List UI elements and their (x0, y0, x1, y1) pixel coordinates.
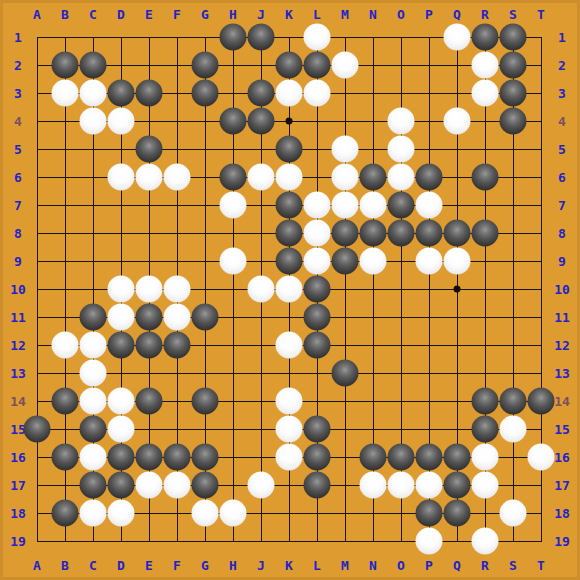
stone-white-D6 (108, 164, 135, 191)
stone-black-D3 (108, 80, 135, 107)
row-label-right-3: 3 (558, 87, 566, 100)
stone-white-D11 (108, 304, 135, 331)
stone-black-R15 (472, 416, 499, 443)
stone-white-K15 (276, 416, 303, 443)
stone-white-F6 (164, 164, 191, 191)
row-label-right-14: 14 (554, 395, 570, 408)
column-label-top-M: M (341, 8, 349, 21)
stone-black-G16 (192, 444, 219, 471)
column-label-top-Q: Q (453, 8, 461, 21)
column-label-top-N: N (369, 8, 377, 21)
row-label-left-11: 11 (10, 311, 26, 324)
stone-black-D16 (108, 444, 135, 471)
stone-black-C17 (80, 472, 107, 499)
stone-white-D15 (108, 416, 135, 443)
stone-black-O8 (388, 220, 415, 247)
stone-black-T14 (528, 388, 555, 415)
stone-black-G11 (192, 304, 219, 331)
stone-black-N8 (360, 220, 387, 247)
column-label-top-K: K (285, 8, 293, 21)
stone-white-D14 (108, 388, 135, 415)
stone-black-P8 (416, 220, 443, 247)
stone-white-P9 (416, 248, 443, 275)
stone-white-O5 (388, 136, 415, 163)
column-label-bottom-B: B (61, 559, 69, 572)
row-label-left-7: 7 (14, 199, 22, 212)
stone-white-M2 (332, 52, 359, 79)
stone-white-J10 (248, 276, 275, 303)
stone-black-J3 (248, 80, 275, 107)
go-board[interactable]: AABBCCDDEEFFGGHHJJKKLLMMNNOOPPQQRRSSTT11… (0, 0, 580, 580)
column-label-top-S: S (509, 8, 517, 21)
stone-white-N9 (360, 248, 387, 275)
stone-black-K8 (276, 220, 303, 247)
stone-black-S14 (500, 388, 527, 415)
grid-line-horizontal (37, 373, 542, 374)
column-label-bottom-L: L (313, 559, 321, 572)
stone-black-L16 (304, 444, 331, 471)
stone-black-M13 (332, 360, 359, 387)
stone-black-E12 (136, 332, 163, 359)
column-label-bottom-H: H (229, 559, 237, 572)
stone-black-L15 (304, 416, 331, 443)
stone-black-R1 (472, 24, 499, 51)
row-label-right-16: 16 (554, 451, 570, 464)
stone-black-Q18 (444, 500, 471, 527)
stone-white-C12 (80, 332, 107, 359)
stone-black-S1 (500, 24, 527, 51)
column-label-bottom-A: A (33, 559, 41, 572)
stone-white-H7 (220, 192, 247, 219)
row-label-left-14: 14 (10, 395, 26, 408)
column-label-top-B: B (61, 8, 69, 21)
stone-white-P7 (416, 192, 443, 219)
row-label-left-2: 2 (14, 59, 22, 72)
stone-black-G14 (192, 388, 219, 415)
stone-black-L10 (304, 276, 331, 303)
stone-black-L2 (304, 52, 331, 79)
stone-white-K6 (276, 164, 303, 191)
stone-white-H18 (220, 500, 247, 527)
stone-black-F12 (164, 332, 191, 359)
column-label-top-O: O (397, 8, 405, 21)
column-label-top-E: E (145, 8, 153, 21)
row-label-right-7: 7 (558, 199, 566, 212)
column-label-top-D: D (117, 8, 125, 21)
grid-line-horizontal (37, 541, 542, 542)
row-label-right-1: 1 (558, 31, 566, 44)
stone-black-H6 (220, 164, 247, 191)
row-label-left-4: 4 (14, 115, 22, 128)
stone-white-M7 (332, 192, 359, 219)
stone-black-A15 (24, 416, 51, 443)
column-label-top-A: A (33, 8, 41, 21)
row-label-left-13: 13 (10, 367, 26, 380)
stone-black-R6 (472, 164, 499, 191)
stone-white-L3 (304, 80, 331, 107)
column-label-bottom-P: P (425, 559, 433, 572)
stone-white-E6 (136, 164, 163, 191)
stone-black-E16 (136, 444, 163, 471)
stone-black-Q16 (444, 444, 471, 471)
stone-black-L12 (304, 332, 331, 359)
stone-black-P16 (416, 444, 443, 471)
stone-white-D18 (108, 500, 135, 527)
row-label-right-11: 11 (554, 311, 570, 324)
stone-white-F17 (164, 472, 191, 499)
column-label-top-G: G (201, 8, 209, 21)
stone-black-O16 (388, 444, 415, 471)
column-label-bottom-O: O (397, 559, 405, 572)
stone-black-B18 (52, 500, 79, 527)
column-label-bottom-M: M (341, 559, 349, 572)
stone-black-G17 (192, 472, 219, 499)
row-label-right-18: 18 (554, 507, 570, 520)
column-label-bottom-N: N (369, 559, 377, 572)
row-label-right-2: 2 (558, 59, 566, 72)
row-label-left-6: 6 (14, 171, 22, 184)
row-label-left-12: 12 (10, 339, 26, 352)
row-label-right-15: 15 (554, 423, 570, 436)
stone-white-D10 (108, 276, 135, 303)
stone-black-F16 (164, 444, 191, 471)
stone-black-B16 (52, 444, 79, 471)
column-label-bottom-F: F (173, 559, 181, 572)
stone-white-J6 (248, 164, 275, 191)
stone-white-L7 (304, 192, 331, 219)
stone-black-G3 (192, 80, 219, 107)
column-label-top-L: L (313, 8, 321, 21)
stone-white-C13 (80, 360, 107, 387)
stone-black-N6 (360, 164, 387, 191)
row-label-right-13: 13 (554, 367, 570, 380)
column-label-bottom-E: E (145, 559, 153, 572)
stone-white-K3 (276, 80, 303, 107)
stone-white-C18 (80, 500, 107, 527)
stone-white-R17 (472, 472, 499, 499)
row-label-right-8: 8 (558, 227, 566, 240)
column-label-top-T: T (537, 8, 545, 21)
stone-white-Q9 (444, 248, 471, 275)
stone-black-D17 (108, 472, 135, 499)
stone-black-C15 (80, 416, 107, 443)
stone-black-L17 (304, 472, 331, 499)
row-label-left-18: 18 (10, 507, 26, 520)
row-label-right-6: 6 (558, 171, 566, 184)
stone-white-E17 (136, 472, 163, 499)
stone-black-B14 (52, 388, 79, 415)
stone-white-F10 (164, 276, 191, 303)
stone-black-E3 (136, 80, 163, 107)
stone-black-M9 (332, 248, 359, 275)
stone-white-D4 (108, 108, 135, 135)
stone-white-R2 (472, 52, 499, 79)
stone-black-O7 (388, 192, 415, 219)
stone-white-M6 (332, 164, 359, 191)
stone-black-H4 (220, 108, 247, 135)
stone-black-K9 (276, 248, 303, 275)
column-label-top-J: J (257, 8, 265, 21)
row-label-right-12: 12 (554, 339, 570, 352)
stone-white-C14 (80, 388, 107, 415)
stone-white-K14 (276, 388, 303, 415)
stone-white-P17 (416, 472, 443, 499)
row-label-right-10: 10 (554, 283, 570, 296)
column-label-top-P: P (425, 8, 433, 21)
column-label-top-H: H (229, 8, 237, 21)
stone-black-P18 (416, 500, 443, 527)
stone-white-H9 (220, 248, 247, 275)
stone-black-K5 (276, 136, 303, 163)
row-label-left-9: 9 (14, 255, 22, 268)
stone-black-S2 (500, 52, 527, 79)
column-label-bottom-Q: Q (453, 559, 461, 572)
stone-white-R3 (472, 80, 499, 107)
column-label-bottom-T: T (537, 559, 545, 572)
stone-white-S15 (500, 416, 527, 443)
stone-white-R19 (472, 528, 499, 555)
row-label-left-3: 3 (14, 87, 22, 100)
stone-black-K2 (276, 52, 303, 79)
stone-white-L9 (304, 248, 331, 275)
stone-white-P19 (416, 528, 443, 555)
stone-white-B3 (52, 80, 79, 107)
stone-black-J4 (248, 108, 275, 135)
stone-black-P6 (416, 164, 443, 191)
column-label-top-R: R (481, 8, 489, 21)
stone-white-E10 (136, 276, 163, 303)
stone-black-M8 (332, 220, 359, 247)
column-label-bottom-S: S (509, 559, 517, 572)
row-label-left-16: 16 (10, 451, 26, 464)
stone-black-K7 (276, 192, 303, 219)
row-label-right-4: 4 (558, 115, 566, 128)
row-label-left-1: 1 (14, 31, 22, 44)
column-label-bottom-C: C (89, 559, 97, 572)
stone-white-J17 (248, 472, 275, 499)
stone-white-K16 (276, 444, 303, 471)
stone-white-T16 (528, 444, 555, 471)
stone-white-M5 (332, 136, 359, 163)
stone-black-R14 (472, 388, 499, 415)
column-label-bottom-G: G (201, 559, 209, 572)
row-label-right-5: 5 (558, 143, 566, 156)
column-label-bottom-D: D (117, 559, 125, 572)
column-label-bottom-R: R (481, 559, 489, 572)
stone-black-D12 (108, 332, 135, 359)
stone-black-N16 (360, 444, 387, 471)
stone-black-S4 (500, 108, 527, 135)
stone-white-Q4 (444, 108, 471, 135)
grid-line-vertical (345, 37, 346, 542)
stone-black-B2 (52, 52, 79, 79)
column-label-bottom-K: K (285, 559, 293, 572)
stone-white-C4 (80, 108, 107, 135)
column-label-top-C: C (89, 8, 97, 21)
row-label-left-5: 5 (14, 143, 22, 156)
stone-white-B12 (52, 332, 79, 359)
column-label-top-F: F (173, 8, 181, 21)
stone-black-R8 (472, 220, 499, 247)
stone-white-O4 (388, 108, 415, 135)
row-label-right-17: 17 (554, 479, 570, 492)
star-point-K4 (286, 118, 293, 125)
stone-white-K10 (276, 276, 303, 303)
stone-white-G18 (192, 500, 219, 527)
stone-white-N17 (360, 472, 387, 499)
stone-black-G2 (192, 52, 219, 79)
stone-black-S3 (500, 80, 527, 107)
stone-black-C11 (80, 304, 107, 331)
stone-black-L11 (304, 304, 331, 331)
stone-black-Q17 (444, 472, 471, 499)
row-label-right-9: 9 (558, 255, 566, 268)
stone-black-J1 (248, 24, 275, 51)
row-label-left-17: 17 (10, 479, 26, 492)
star-point-Q10 (454, 286, 461, 293)
stone-white-O6 (388, 164, 415, 191)
stone-white-L8 (304, 220, 331, 247)
stone-black-H1 (220, 24, 247, 51)
stone-black-E14 (136, 388, 163, 415)
stone-white-R16 (472, 444, 499, 471)
row-label-left-10: 10 (10, 283, 26, 296)
row-label-left-8: 8 (14, 227, 22, 240)
stone-black-C2 (80, 52, 107, 79)
row-label-left-19: 19 (10, 535, 26, 548)
row-label-right-19: 19 (554, 535, 570, 548)
stone-black-E11 (136, 304, 163, 331)
stone-white-F11 (164, 304, 191, 331)
stone-white-K12 (276, 332, 303, 359)
stone-white-O17 (388, 472, 415, 499)
stone-white-Q1 (444, 24, 471, 51)
stone-white-C16 (80, 444, 107, 471)
stone-black-Q8 (444, 220, 471, 247)
stone-white-S18 (500, 500, 527, 527)
column-label-bottom-J: J (257, 559, 265, 572)
stone-white-N7 (360, 192, 387, 219)
stone-white-L1 (304, 24, 331, 51)
stone-white-C3 (80, 80, 107, 107)
stone-black-E5 (136, 136, 163, 163)
